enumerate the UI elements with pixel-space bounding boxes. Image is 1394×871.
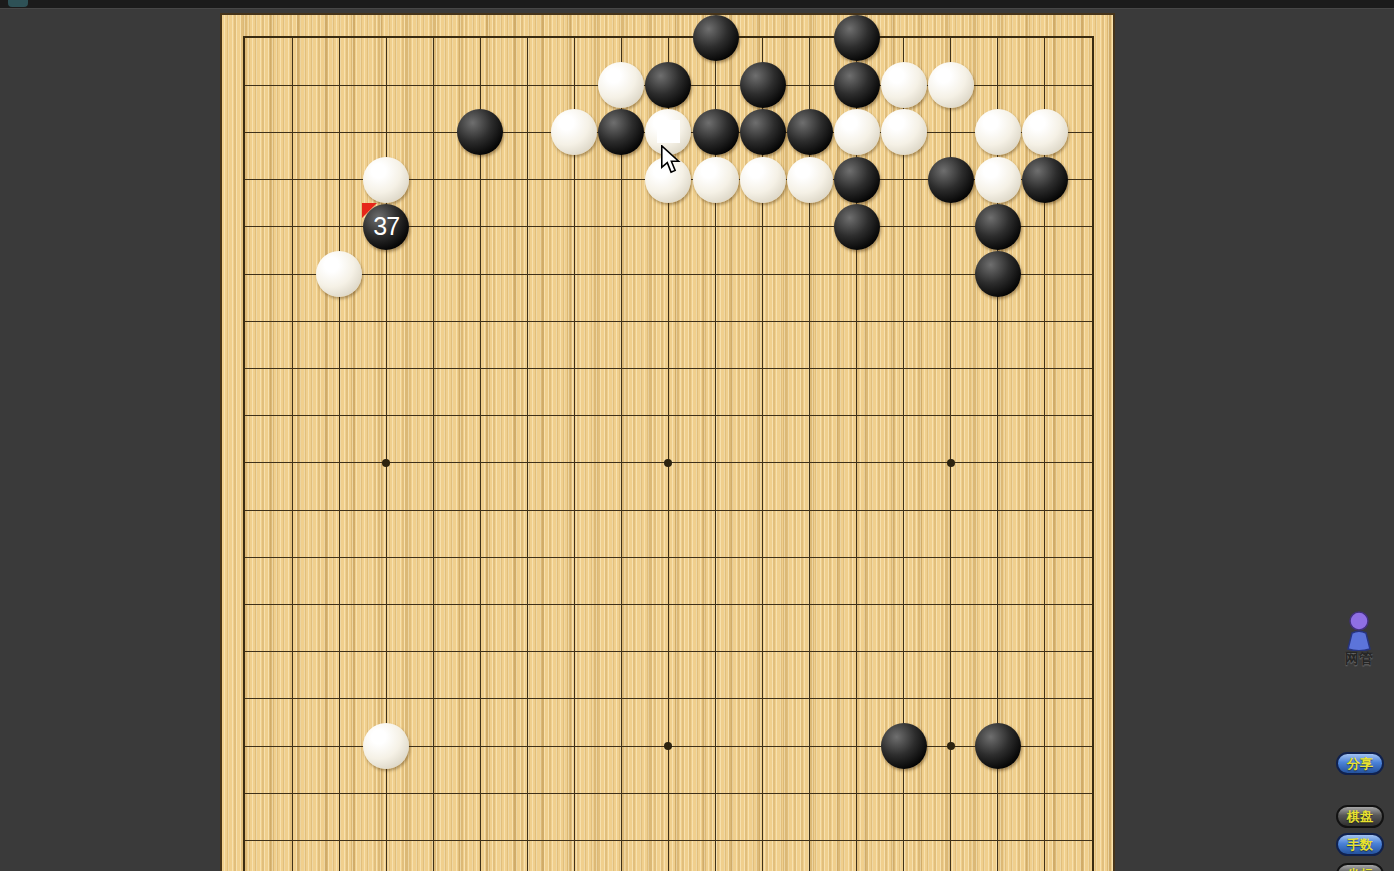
red-triangle-marker xyxy=(362,203,377,218)
stone-white xyxy=(928,62,974,108)
stone-black xyxy=(740,109,786,155)
stone-white xyxy=(975,157,1021,203)
grid-line xyxy=(245,840,1092,841)
star-point xyxy=(382,459,390,467)
stone-black xyxy=(881,723,927,769)
stone-black xyxy=(975,251,1021,297)
board-wood: 37 xyxy=(220,13,1115,871)
stone-white xyxy=(975,109,1021,155)
stone-white xyxy=(1022,109,1068,155)
window-icon[interactable] xyxy=(8,0,28,7)
grid-line xyxy=(245,651,1092,652)
stone-white xyxy=(363,723,409,769)
grid-line xyxy=(245,604,1092,605)
board-button[interactable]: 棋盘 xyxy=(1336,805,1384,828)
share-button[interactable]: 分享 xyxy=(1336,752,1384,775)
coordinates-button[interactable]: 坐标 xyxy=(1336,863,1384,871)
stone-white xyxy=(834,109,880,155)
stone-black xyxy=(740,62,786,108)
grid-line xyxy=(245,510,1092,511)
admin-person-icon[interactable] xyxy=(1341,611,1377,651)
grid-line xyxy=(245,557,1092,558)
mouse-cursor xyxy=(661,145,683,175)
stone-white xyxy=(316,251,362,297)
go-board[interactable]: 37 xyxy=(220,13,1115,871)
star-point xyxy=(947,459,955,467)
grid-line xyxy=(245,698,1092,699)
grid-line xyxy=(245,793,1092,794)
stone-black xyxy=(975,204,1021,250)
stone-white xyxy=(881,62,927,108)
stone-black xyxy=(834,204,880,250)
stone-black xyxy=(834,157,880,203)
stone-white xyxy=(881,109,927,155)
stone-black xyxy=(928,157,974,203)
stone-black xyxy=(693,15,739,61)
window-title-strip xyxy=(0,0,1394,9)
stone-white xyxy=(363,157,409,203)
stone-black xyxy=(834,15,880,61)
stone-white xyxy=(740,157,786,203)
app-window: { "game": "go", "board_size": 19, "posit… xyxy=(0,0,1394,871)
admin-label: 网管 xyxy=(1334,650,1384,668)
stone-black xyxy=(834,62,880,108)
stone-black xyxy=(787,109,833,155)
move-count-button[interactable]: 手数 xyxy=(1336,833,1384,856)
stone-white xyxy=(693,157,739,203)
stone-black xyxy=(975,723,1021,769)
square-marker xyxy=(657,120,680,143)
stone-white xyxy=(787,157,833,203)
stone-black xyxy=(1022,157,1068,203)
stone-black xyxy=(693,109,739,155)
star-point xyxy=(947,742,955,750)
